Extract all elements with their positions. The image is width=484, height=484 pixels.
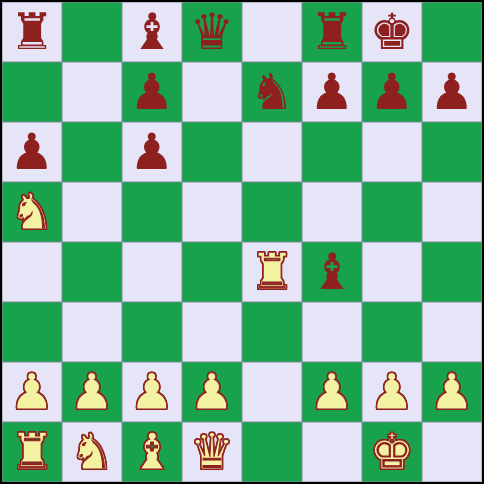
square-a8[interactable]: ♜: [2, 2, 62, 62]
piece-white-rook[interactable]: ♜: [10, 422, 55, 482]
square-f2[interactable]: ♟: [302, 362, 362, 422]
piece-black-pawn[interactable]: ♟: [130, 122, 175, 182]
piece-black-bishop[interactable]: ♝: [310, 242, 355, 302]
piece-white-pawn[interactable]: ♟: [370, 362, 415, 422]
square-a3[interactable]: [2, 302, 62, 362]
piece-black-pawn[interactable]: ♟: [10, 122, 55, 182]
piece-black-bishop[interactable]: ♝: [130, 2, 175, 62]
square-f6[interactable]: [302, 122, 362, 182]
square-b3[interactable]: [62, 302, 122, 362]
piece-white-pawn[interactable]: ♟: [10, 362, 55, 422]
square-b4[interactable]: [62, 242, 122, 302]
square-c8[interactable]: ♝: [122, 2, 182, 62]
square-h4[interactable]: [422, 242, 482, 302]
square-d3[interactable]: [182, 302, 242, 362]
square-a4[interactable]: [2, 242, 62, 302]
piece-white-rook[interactable]: ♜: [250, 242, 295, 302]
square-b8[interactable]: [62, 2, 122, 62]
square-a6[interactable]: ♟: [2, 122, 62, 182]
square-a2[interactable]: ♟: [2, 362, 62, 422]
piece-black-pawn[interactable]: ♟: [430, 62, 475, 122]
square-a5[interactable]: ♞: [2, 182, 62, 242]
square-c6[interactable]: ♟: [122, 122, 182, 182]
square-d6[interactable]: [182, 122, 242, 182]
piece-black-queen[interactable]: ♛: [190, 2, 235, 62]
square-b2[interactable]: ♟: [62, 362, 122, 422]
square-h2[interactable]: ♟: [422, 362, 482, 422]
square-c7[interactable]: ♟: [122, 62, 182, 122]
square-c2[interactable]: ♟: [122, 362, 182, 422]
piece-white-pawn[interactable]: ♟: [190, 362, 235, 422]
square-e5[interactable]: [242, 182, 302, 242]
square-d1[interactable]: ♛: [182, 422, 242, 482]
square-d8[interactable]: ♛: [182, 2, 242, 62]
square-g5[interactable]: [362, 182, 422, 242]
square-b7[interactable]: [62, 62, 122, 122]
square-e6[interactable]: [242, 122, 302, 182]
chess-board-frame: ♜♝♛♜♚♟♞♟♟♟♟♟♞♜♝♟♟♟♟♟♟♟♜♞♝♛♚: [0, 0, 484, 484]
square-g8[interactable]: ♚: [362, 2, 422, 62]
square-f3[interactable]: [302, 302, 362, 362]
piece-white-pawn[interactable]: ♟: [130, 362, 175, 422]
piece-white-knight[interactable]: ♞: [10, 182, 55, 242]
piece-white-pawn[interactable]: ♟: [430, 362, 475, 422]
square-g1[interactable]: ♚: [362, 422, 422, 482]
piece-white-bishop[interactable]: ♝: [130, 422, 175, 482]
square-g2[interactable]: ♟: [362, 362, 422, 422]
piece-white-pawn[interactable]: ♟: [310, 362, 355, 422]
square-b1[interactable]: ♞: [62, 422, 122, 482]
square-e8[interactable]: [242, 2, 302, 62]
square-d5[interactable]: [182, 182, 242, 242]
square-f5[interactable]: [302, 182, 362, 242]
piece-black-rook[interactable]: ♜: [310, 2, 355, 62]
piece-black-rook[interactable]: ♜: [10, 2, 55, 62]
square-h3[interactable]: [422, 302, 482, 362]
square-d4[interactable]: [182, 242, 242, 302]
chess-board: ♜♝♛♜♚♟♞♟♟♟♟♟♞♜♝♟♟♟♟♟♟♟♜♞♝♛♚: [2, 2, 482, 482]
square-g4[interactable]: [362, 242, 422, 302]
square-g6[interactable]: [362, 122, 422, 182]
square-c1[interactable]: ♝: [122, 422, 182, 482]
square-e3[interactable]: [242, 302, 302, 362]
piece-black-pawn[interactable]: ♟: [310, 62, 355, 122]
square-a7[interactable]: [2, 62, 62, 122]
piece-white-pawn[interactable]: ♟: [70, 362, 115, 422]
square-e4[interactable]: ♜: [242, 242, 302, 302]
square-b5[interactable]: [62, 182, 122, 242]
square-f8[interactable]: ♜: [302, 2, 362, 62]
square-c3[interactable]: [122, 302, 182, 362]
square-h6[interactable]: [422, 122, 482, 182]
piece-white-queen[interactable]: ♛: [190, 422, 235, 482]
piece-black-pawn[interactable]: ♟: [130, 62, 175, 122]
square-a1[interactable]: ♜: [2, 422, 62, 482]
square-f4[interactable]: ♝: [302, 242, 362, 302]
square-f7[interactable]: ♟: [302, 62, 362, 122]
piece-white-king[interactable]: ♚: [370, 422, 415, 482]
square-d7[interactable]: [182, 62, 242, 122]
square-c4[interactable]: [122, 242, 182, 302]
square-c5[interactable]: [122, 182, 182, 242]
square-b6[interactable]: [62, 122, 122, 182]
square-e2[interactable]: [242, 362, 302, 422]
piece-black-pawn[interactable]: ♟: [370, 62, 415, 122]
square-h5[interactable]: [422, 182, 482, 242]
square-h7[interactable]: ♟: [422, 62, 482, 122]
square-e7[interactable]: ♞: [242, 62, 302, 122]
square-e1[interactable]: [242, 422, 302, 482]
square-f1[interactable]: [302, 422, 362, 482]
square-h1[interactable]: [422, 422, 482, 482]
piece-black-king[interactable]: ♚: [370, 2, 415, 62]
square-g3[interactable]: [362, 302, 422, 362]
piece-black-knight[interactable]: ♞: [250, 62, 295, 122]
square-d2[interactable]: ♟: [182, 362, 242, 422]
square-h8[interactable]: [422, 2, 482, 62]
piece-white-knight[interactable]: ♞: [70, 422, 115, 482]
square-g7[interactable]: ♟: [362, 62, 422, 122]
